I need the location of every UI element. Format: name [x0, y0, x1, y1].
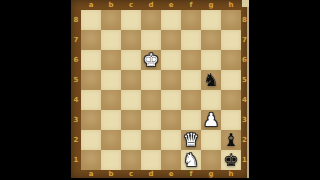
letterbox-right — [249, 0, 320, 180]
coord-label-7: 7 — [71, 30, 81, 50]
piece-white-pawn-g3[interactable]: ♟ — [201, 110, 221, 130]
square-h8[interactable] — [221, 10, 241, 30]
coord-label-5: 5 — [71, 70, 81, 90]
coord-label-d: d — [141, 170, 161, 178]
board-edge-highlight — [247, 0, 249, 178]
square-h1[interactable]: ♚ — [221, 150, 241, 170]
board-grid: ♚♞♟♛♝♞♚ — [81, 10, 241, 170]
coord-label-g: g — [201, 170, 221, 178]
square-d1[interactable] — [141, 150, 161, 170]
square-d8[interactable] — [141, 10, 161, 30]
square-e5[interactable] — [161, 70, 181, 90]
square-h3[interactable] — [221, 110, 241, 130]
square-g7[interactable] — [201, 30, 221, 50]
square-c2[interactable] — [121, 130, 141, 150]
coord-label-a: a — [81, 0, 101, 10]
square-c4[interactable] — [121, 90, 141, 110]
square-h6[interactable] — [221, 50, 241, 70]
square-e8[interactable] — [161, 10, 181, 30]
square-h4[interactable] — [221, 90, 241, 110]
coord-label-8: 8 — [71, 10, 81, 30]
coord-label-4: 4 — [71, 90, 81, 110]
square-d6[interactable]: ♚ — [141, 50, 161, 70]
square-b5[interactable] — [101, 70, 121, 90]
piece-white-queen-f2[interactable]: ♛ — [181, 130, 201, 150]
piece-black-knight-g5[interactable]: ♞ — [201, 70, 221, 90]
coord-label-h: h — [221, 0, 241, 10]
file-labels-bottom: abcdefgh — [81, 170, 241, 178]
chess-board: abcdefgh abcdefgh 87654321 87654321 ♚♞♟♛… — [71, 0, 249, 178]
square-f4[interactable] — [181, 90, 201, 110]
coord-label-b: b — [101, 0, 121, 10]
coord-label-c: c — [121, 0, 141, 10]
coord-label-3: 3 — [71, 110, 81, 130]
square-b3[interactable] — [101, 110, 121, 130]
square-g4[interactable] — [201, 90, 221, 110]
square-e6[interactable] — [161, 50, 181, 70]
coord-label-f: f — [181, 0, 201, 10]
letterbox-left — [0, 0, 71, 180]
corner-artifact — [242, 0, 249, 7]
square-g5[interactable]: ♞ — [201, 70, 221, 90]
square-a3[interactable] — [81, 110, 101, 130]
file-labels-top: abcdefgh — [81, 0, 241, 10]
square-h2[interactable]: ♝ — [221, 130, 241, 150]
square-g3[interactable]: ♟ — [201, 110, 221, 130]
square-d3[interactable] — [141, 110, 161, 130]
coord-label-g: g — [201, 0, 221, 10]
square-a8[interactable] — [81, 10, 101, 30]
square-f8[interactable] — [181, 10, 201, 30]
square-b1[interactable] — [101, 150, 121, 170]
square-f1[interactable]: ♞ — [181, 150, 201, 170]
square-f2[interactable]: ♛ — [181, 130, 201, 150]
square-c8[interactable] — [121, 10, 141, 30]
square-h5[interactable] — [221, 70, 241, 90]
coord-label-1: 1 — [71, 150, 81, 170]
coord-label-a: a — [81, 170, 101, 178]
square-b2[interactable] — [101, 130, 121, 150]
square-c3[interactable] — [121, 110, 141, 130]
square-g1[interactable] — [201, 150, 221, 170]
square-a5[interactable] — [81, 70, 101, 90]
coord-label-d: d — [141, 0, 161, 10]
square-d5[interactable] — [141, 70, 161, 90]
square-b8[interactable] — [101, 10, 121, 30]
square-a7[interactable] — [81, 30, 101, 50]
piece-white-king-d6[interactable]: ♚ — [141, 50, 161, 70]
coord-label-f: f — [181, 170, 201, 178]
square-e3[interactable] — [161, 110, 181, 130]
square-b4[interactable] — [101, 90, 121, 110]
square-h7[interactable] — [221, 30, 241, 50]
square-g8[interactable] — [201, 10, 221, 30]
coord-label-6: 6 — [71, 50, 81, 70]
square-b7[interactable] — [101, 30, 121, 50]
square-e2[interactable] — [161, 130, 181, 150]
coord-label-2: 2 — [71, 130, 81, 150]
coord-label-e: e — [161, 170, 181, 178]
square-e1[interactable] — [161, 150, 181, 170]
square-a4[interactable] — [81, 90, 101, 110]
square-a6[interactable] — [81, 50, 101, 70]
square-c6[interactable] — [121, 50, 141, 70]
square-d2[interactable] — [141, 130, 161, 150]
piece-black-king-h1[interactable]: ♚ — [221, 150, 241, 170]
square-f3[interactable] — [181, 110, 201, 130]
square-d4[interactable] — [141, 90, 161, 110]
coord-label-e: e — [161, 0, 181, 10]
coord-label-b: b — [101, 170, 121, 178]
square-g6[interactable] — [201, 50, 221, 70]
square-g2[interactable] — [201, 130, 221, 150]
square-a2[interactable] — [81, 130, 101, 150]
square-d7[interactable] — [141, 30, 161, 50]
square-f7[interactable] — [181, 30, 201, 50]
square-e4[interactable] — [161, 90, 181, 110]
square-a1[interactable] — [81, 150, 101, 170]
square-f6[interactable] — [181, 50, 201, 70]
square-c7[interactable] — [121, 30, 141, 50]
piece-white-knight-f1[interactable]: ♞ — [181, 150, 201, 170]
coord-label-h: h — [221, 170, 241, 178]
square-f5[interactable] — [181, 70, 201, 90]
rank-labels-left: 87654321 — [71, 10, 81, 170]
video-frame: abcdefgh abcdefgh 87654321 87654321 ♚♞♟♛… — [0, 0, 320, 180]
square-c1[interactable] — [121, 150, 141, 170]
square-e7[interactable] — [161, 30, 181, 50]
coord-label-c: c — [121, 170, 141, 178]
piece-black-bishop-h2[interactable]: ♝ — [221, 130, 241, 150]
square-c5[interactable] — [121, 70, 141, 90]
square-b6[interactable] — [101, 50, 121, 70]
